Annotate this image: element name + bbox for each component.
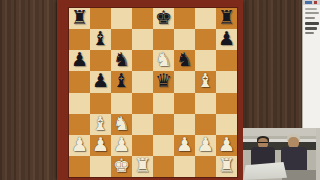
piece-black-pawn-h7[interactable]: ♟	[218, 29, 235, 48]
square-d3[interactable]	[132, 114, 153, 135]
illegible-text-line	[305, 17, 315, 19]
square-d4[interactable]	[132, 93, 153, 114]
square-d1[interactable]: ♜	[132, 156, 153, 177]
square-f8[interactable]	[174, 8, 195, 29]
piece-black-pawn-b5[interactable]: ♟	[92, 71, 109, 90]
piece-black-queen-e5[interactable]: ♛	[155, 71, 172, 90]
square-e2[interactable]	[153, 135, 174, 156]
square-e7[interactable]	[153, 29, 174, 50]
square-c3[interactable]: ♞	[111, 114, 132, 135]
square-e8[interactable]: ♚	[153, 8, 174, 29]
square-c7[interactable]	[111, 29, 132, 50]
piece-white-bishop-b3[interactable]: ♝	[92, 114, 109, 133]
square-g6[interactable]	[195, 50, 216, 71]
piece-white-knight-e6[interactable]: ♞	[155, 50, 172, 69]
square-h3[interactable]	[216, 114, 237, 135]
square-a1[interactable]	[69, 156, 90, 177]
square-h4[interactable]	[216, 93, 237, 114]
square-g1[interactable]	[195, 156, 216, 177]
piece-white-pawn-g2[interactable]: ♟	[197, 135, 214, 154]
square-b1[interactable]	[90, 156, 111, 177]
square-d2[interactable]	[132, 135, 153, 156]
chess-board: ♜♚♜♝♟♟♞♞♞♟♝♛♝♝♞♟♟♟♟♟♟♚♜♜	[68, 7, 238, 178]
square-h5[interactable]	[216, 71, 237, 92]
panel-toolbar	[303, 0, 320, 5]
piece-black-pawn-a6[interactable]: ♟	[71, 50, 88, 69]
piece-white-rook-d1[interactable]: ♜	[134, 156, 151, 175]
square-b6[interactable]	[90, 50, 111, 71]
piece-black-knight-f6[interactable]: ♞	[176, 50, 193, 69]
square-g3[interactable]	[195, 114, 216, 135]
piece-white-pawn-f2[interactable]: ♟	[176, 135, 193, 154]
square-c2[interactable]: ♟	[111, 135, 132, 156]
commentators-webcam	[243, 128, 320, 180]
square-e3[interactable]	[153, 114, 174, 135]
piece-black-bishop-b7[interactable]: ♝	[92, 29, 109, 48]
square-f1[interactable]	[174, 156, 195, 177]
square-b7[interactable]: ♝	[90, 29, 111, 50]
video-frame: ♜♚♜♝♟♟♞♞♞♟♝♛♝♝♞♟♟♟♟♟♟♚♜♜	[0, 0, 320, 180]
piece-white-pawn-h2[interactable]: ♟	[218, 135, 235, 154]
piece-white-pawn-c2[interactable]: ♟	[113, 135, 130, 154]
square-g4[interactable]	[195, 93, 216, 114]
square-f6[interactable]: ♞	[174, 50, 195, 71]
square-d5[interactable]	[132, 71, 153, 92]
square-c8[interactable]	[111, 8, 132, 29]
square-e4[interactable]	[153, 93, 174, 114]
square-b5[interactable]: ♟	[90, 71, 111, 92]
square-a3[interactable]	[69, 114, 90, 135]
square-b8[interactable]	[90, 8, 111, 29]
square-e1[interactable]	[153, 156, 174, 177]
illegible-text-line	[305, 22, 319, 25]
square-h7[interactable]: ♟	[216, 29, 237, 50]
piece-white-king-c1[interactable]: ♚	[113, 156, 130, 175]
illegible-text-line	[305, 8, 317, 10]
glasses	[258, 142, 268, 143]
illegible-text-line	[305, 27, 317, 30]
browser-panel-sliver	[302, 0, 320, 128]
piece-white-knight-c3[interactable]: ♞	[113, 114, 130, 133]
square-a5[interactable]	[69, 71, 90, 92]
piece-white-pawn-b2[interactable]: ♟	[92, 135, 109, 154]
square-h8[interactable]: ♜	[216, 8, 237, 29]
square-e6[interactable]: ♞	[153, 50, 174, 71]
square-b4[interactable]	[90, 93, 111, 114]
jacket	[281, 147, 307, 171]
square-a6[interactable]: ♟	[69, 50, 90, 71]
square-f3[interactable]	[174, 114, 195, 135]
piece-black-rook-h8[interactable]: ♜	[218, 8, 235, 27]
square-c1[interactable]: ♚	[111, 156, 132, 177]
piece-white-rook-h1[interactable]: ♜	[218, 156, 235, 175]
toolbar-red-chip	[314, 1, 317, 4]
square-a2[interactable]: ♟	[69, 135, 90, 156]
square-b2[interactable]: ♟	[90, 135, 111, 156]
square-c6[interactable]: ♞	[111, 50, 132, 71]
square-a4[interactable]	[69, 93, 90, 114]
square-g7[interactable]	[195, 29, 216, 50]
piece-black-bishop-c5[interactable]: ♝	[113, 71, 130, 90]
square-g8[interactable]	[195, 8, 216, 29]
laptop	[243, 162, 287, 180]
square-h2[interactable]: ♟	[216, 135, 237, 156]
square-d7[interactable]	[132, 29, 153, 50]
piece-white-pawn-a2[interactable]: ♟	[71, 135, 88, 154]
piece-white-bishop-g5[interactable]: ♝	[197, 71, 214, 90]
illegible-text-line	[305, 12, 319, 14]
square-g5[interactable]: ♝	[195, 71, 216, 92]
square-e5[interactable]: ♛	[153, 71, 174, 92]
illegible-text-line	[305, 32, 314, 34]
square-c5[interactable]: ♝	[111, 71, 132, 92]
toolbar-blue-chip	[305, 1, 312, 4]
piece-black-rook-a8[interactable]: ♜	[71, 8, 88, 27]
square-h6[interactable]	[216, 50, 237, 71]
square-a7[interactable]	[69, 29, 90, 50]
square-g2[interactable]: ♟	[195, 135, 216, 156]
piece-black-king-e8[interactable]: ♚	[155, 8, 172, 27]
square-f7[interactable]	[174, 29, 195, 50]
square-d8[interactable]	[132, 8, 153, 29]
square-f4[interactable]	[174, 93, 195, 114]
desk-surface	[282, 170, 320, 180]
square-f5[interactable]	[174, 71, 195, 92]
square-f2[interactable]: ♟	[174, 135, 195, 156]
square-a8[interactable]: ♜	[69, 8, 90, 29]
webcam-edge	[316, 128, 320, 180]
square-c4[interactable]	[111, 93, 132, 114]
square-b3[interactable]: ♝	[90, 114, 111, 135]
square-h1[interactable]: ♜	[216, 156, 237, 177]
board-frame: ♜♚♜♝♟♟♞♞♞♟♝♛♝♝♞♟♟♟♟♟♟♚♜♜	[57, 0, 243, 180]
square-d6[interactable]	[132, 50, 153, 71]
piece-black-knight-c6[interactable]: ♞	[113, 50, 130, 69]
